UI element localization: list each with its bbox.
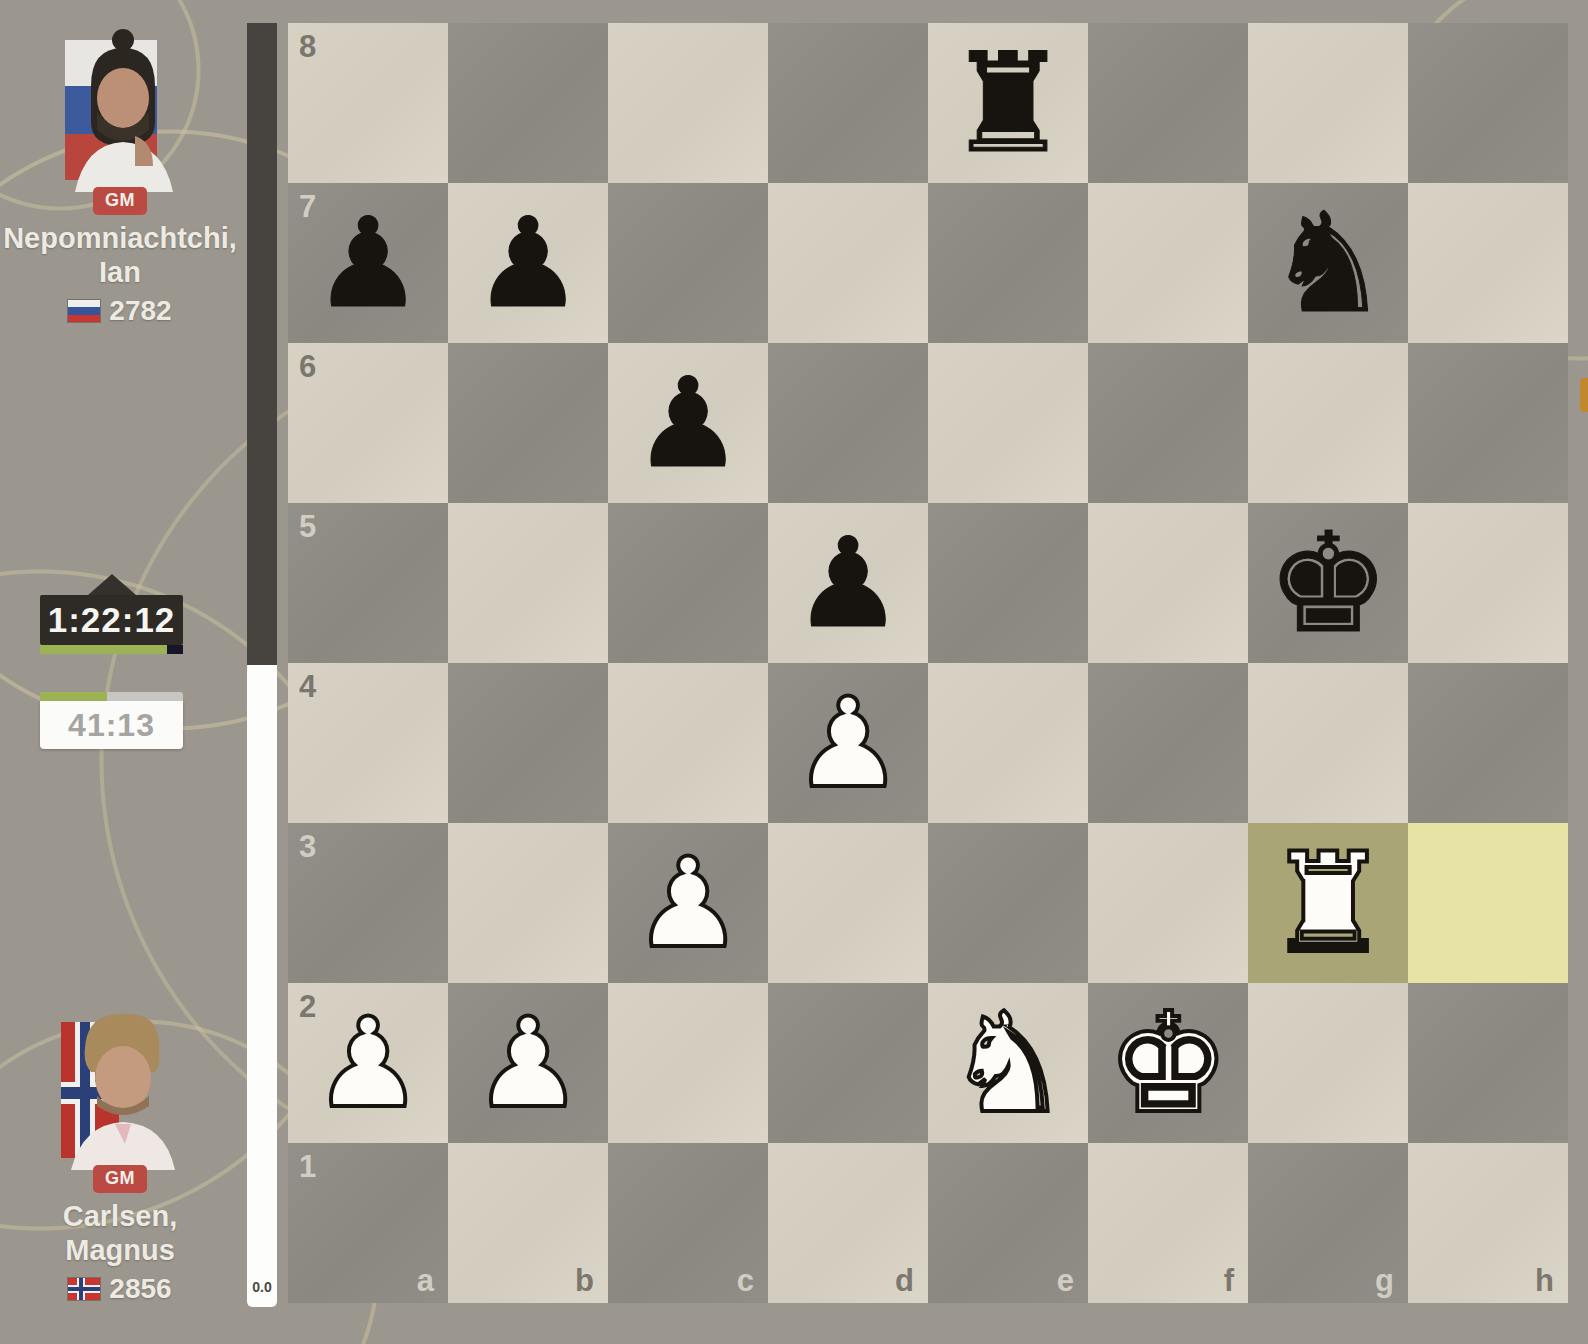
square-a1[interactable]: 1a: [288, 1143, 448, 1303]
square-d2[interactable]: [768, 983, 928, 1143]
piece-white-king-f2: ♚: [1088, 983, 1248, 1143]
gm-badge-white: GM: [93, 1165, 147, 1193]
square-a6[interactable]: 6: [288, 343, 448, 503]
rank-label-1: 1: [299, 1149, 316, 1185]
square-b6[interactable]: [448, 343, 608, 503]
square-f5[interactable]: [1088, 503, 1248, 663]
player-card-white: GM Carlsen, Magnus 2856: [0, 1004, 240, 1305]
square-h4[interactable]: [1408, 663, 1568, 823]
square-f7[interactable]: [1088, 183, 1248, 343]
square-e1[interactable]: e: [928, 1143, 1088, 1303]
square-a2[interactable]: 2♟: [288, 983, 448, 1143]
clock-white-progress: [40, 692, 183, 701]
square-c3[interactable]: ♟: [608, 823, 768, 983]
player-name-black-line2: Ian: [0, 253, 240, 291]
eval-bar-white-fill: 0.0: [247, 665, 277, 1307]
square-h3[interactable]: [1408, 823, 1568, 983]
file-label-g: g: [1375, 1263, 1394, 1299]
player-photo-black: [57, 26, 183, 192]
rank-label-2: 2: [299, 989, 316, 1025]
square-b1[interactable]: b: [448, 1143, 608, 1303]
square-d4[interactable]: ♟: [768, 663, 928, 823]
square-b8[interactable]: [448, 23, 608, 183]
square-g3[interactable]: ♜: [1248, 823, 1408, 983]
square-e5[interactable]: [928, 503, 1088, 663]
square-e3[interactable]: [928, 823, 1088, 983]
rank-label-6: 6: [299, 349, 316, 385]
square-f2[interactable]: ♚: [1088, 983, 1248, 1143]
square-c7[interactable]: [608, 183, 768, 343]
piece-white-rook-g3: ♜: [1248, 823, 1408, 983]
square-g1[interactable]: g: [1248, 1143, 1408, 1303]
square-c8[interactable]: [608, 23, 768, 183]
player-name-black-line1: Nepomniachtchi,: [0, 219, 240, 257]
piece-black-pawn-d5: ♟: [768, 503, 928, 663]
square-f8[interactable]: [1088, 23, 1248, 183]
nepomniachtchi-portrait: [57, 26, 183, 192]
clock-white-time: 41:13: [68, 707, 155, 744]
rank-label-5: 5: [299, 509, 316, 545]
square-e6[interactable]: [928, 343, 1088, 503]
square-g6[interactable]: [1248, 343, 1408, 503]
square-a3[interactable]: 3: [288, 823, 448, 983]
square-h6[interactable]: [1408, 343, 1568, 503]
piece-black-rook-e8: ♜: [928, 23, 1088, 183]
rank-label-8: 8: [299, 29, 316, 65]
rank-label-7: 7: [299, 189, 316, 225]
player-rating-white: 2856: [109, 1273, 171, 1305]
square-h5[interactable]: [1408, 503, 1568, 663]
file-label-f: f: [1224, 1263, 1234, 1299]
square-e2[interactable]: ♞: [928, 983, 1088, 1143]
eval-value: 0.0: [247, 1279, 277, 1295]
square-h7[interactable]: [1408, 183, 1568, 343]
file-label-h: h: [1535, 1263, 1554, 1299]
sidebar: GM Nepomniachtchi, Ian 2782 1:22:12 41:1…: [0, 0, 240, 1344]
player-name-white-line1: Carlsen,: [0, 1197, 240, 1235]
square-d7[interactable]: [768, 183, 928, 343]
square-h1[interactable]: h: [1408, 1143, 1568, 1303]
player-rating-black: 2782: [109, 295, 171, 327]
square-f3[interactable]: [1088, 823, 1248, 983]
clock-white: 41:13: [40, 701, 183, 749]
russia-flag-icon: [68, 300, 100, 322]
square-g7[interactable]: ♞: [1248, 183, 1408, 343]
file-label-e: e: [1057, 1263, 1074, 1299]
square-b7[interactable]: ♟: [448, 183, 608, 343]
square-c4[interactable]: [608, 663, 768, 823]
square-h8[interactable]: [1408, 23, 1568, 183]
piece-black-knight-g7: ♞: [1248, 183, 1408, 343]
clock-white-progress-fill: [40, 692, 107, 701]
rank-label-4: 4: [299, 669, 316, 705]
broadcast-app: GM Nepomniachtchi, Ian 2782 1:22:12 41:1…: [0, 0, 1588, 1344]
file-label-b: b: [575, 1263, 594, 1299]
square-c5[interactable]: [608, 503, 768, 663]
rating-row-black: 2782: [0, 295, 240, 327]
square-d8[interactable]: [768, 23, 928, 183]
square-a7[interactable]: 7♟: [288, 183, 448, 343]
square-d5[interactable]: ♟: [768, 503, 928, 663]
chess-board: 8♜7♟♟♞6♟5♟♚4♟3♟♜2♟♟♞♚1abcdefgh: [288, 23, 1568, 1303]
player-name-white-line2: Magnus: [0, 1231, 240, 1269]
norway-flag-icon: [68, 1278, 100, 1300]
square-b2[interactable]: ♟: [448, 983, 608, 1143]
file-label-d: d: [895, 1263, 914, 1299]
gm-badge-black: GM: [93, 187, 147, 215]
rank-label-3: 3: [299, 829, 316, 865]
square-d1[interactable]: d: [768, 1143, 928, 1303]
eval-bar: 0.0: [247, 23, 277, 1307]
clock-black-progress: [40, 645, 183, 654]
square-f1[interactable]: f: [1088, 1143, 1248, 1303]
piece-white-pawn-b2: ♟: [448, 983, 608, 1143]
piece-white-pawn-d4: ♟: [768, 663, 928, 823]
square-d3[interactable]: [768, 823, 928, 983]
piece-black-pawn-b7: ♟: [448, 183, 608, 343]
rating-row-white: 2856: [0, 1273, 240, 1305]
file-label-c: c: [737, 1263, 754, 1299]
square-e4[interactable]: [928, 663, 1088, 823]
square-a4[interactable]: 4: [288, 663, 448, 823]
clock-black: 1:22:12: [40, 595, 183, 645]
square-b5[interactable]: [448, 503, 608, 663]
square-f4[interactable]: [1088, 663, 1248, 823]
piece-white-knight-e2: ♞: [928, 983, 1088, 1143]
square-b4[interactable]: [448, 663, 608, 823]
square-a5[interactable]: 5: [288, 503, 448, 663]
square-b3[interactable]: [448, 823, 608, 983]
square-f6[interactable]: [1088, 343, 1248, 503]
square-e8[interactable]: ♜: [928, 23, 1088, 183]
player-card-black: GM Nepomniachtchi, Ian 2782: [0, 26, 240, 327]
square-g5[interactable]: ♚: [1248, 503, 1408, 663]
square-g4[interactable]: [1248, 663, 1408, 823]
square-e7[interactable]: [928, 183, 1088, 343]
square-a8[interactable]: 8: [288, 23, 448, 183]
square-c2[interactable]: [608, 983, 768, 1143]
carlsen-portrait: [57, 1004, 183, 1170]
player-photo-white: [57, 1004, 183, 1170]
square-c1[interactable]: c: [608, 1143, 768, 1303]
square-h2[interactable]: [1408, 983, 1568, 1143]
clock-black-time: 1:22:12: [48, 600, 176, 640]
square-c6[interactable]: ♟: [608, 343, 768, 503]
square-g2[interactable]: [1248, 983, 1408, 1143]
square-g8[interactable]: [1248, 23, 1408, 183]
piece-white-pawn-c3: ♟: [608, 823, 768, 983]
piece-black-king-g5: ♚: [1248, 503, 1408, 663]
clock-stack: 1:22:12 41:13: [40, 574, 183, 749]
piece-black-pawn-c6: ♟: [608, 343, 768, 503]
active-clock-pointer-icon: [88, 574, 136, 595]
file-label-a: a: [417, 1263, 434, 1299]
clock-black-progress-fill: [40, 645, 167, 654]
edge-panel-handle[interactable]: [1580, 378, 1588, 412]
square-d6[interactable]: [768, 343, 928, 503]
